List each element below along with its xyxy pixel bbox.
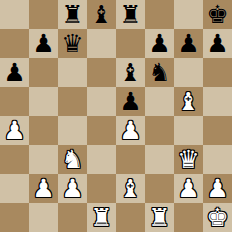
square-f2[interactable] xyxy=(145,174,174,203)
square-b4[interactable] xyxy=(29,116,58,145)
square-c3[interactable]: ♞ xyxy=(58,145,87,174)
white-pawn[interactable]: ♟ xyxy=(119,118,141,143)
square-e5[interactable]: ♟ xyxy=(116,87,145,116)
square-d7[interactable] xyxy=(87,29,116,58)
white-pawn[interactable]: ♟ xyxy=(206,176,228,201)
white-pawn[interactable]: ♟ xyxy=(3,118,25,143)
white-rook[interactable]: ♜ xyxy=(90,205,112,230)
square-d8[interactable]: ♝ xyxy=(87,0,116,29)
square-f5[interactable] xyxy=(145,87,174,116)
square-d5[interactable] xyxy=(87,87,116,116)
white-bishop[interactable]: ♝ xyxy=(119,176,141,201)
black-pawn[interactable]: ♟ xyxy=(119,89,141,114)
square-g5[interactable]: ♝ xyxy=(174,87,203,116)
square-f7[interactable]: ♟ xyxy=(145,29,174,58)
black-queen[interactable]: ♛ xyxy=(61,31,83,56)
square-a8[interactable] xyxy=(0,0,29,29)
square-d3[interactable] xyxy=(87,145,116,174)
square-a5[interactable] xyxy=(0,87,29,116)
black-pawn[interactable]: ♟ xyxy=(206,31,228,56)
white-king[interactable]: ♚ xyxy=(206,205,228,230)
square-e1[interactable] xyxy=(116,203,145,232)
square-b2[interactable]: ♟ xyxy=(29,174,58,203)
square-c2[interactable]: ♟ xyxy=(58,174,87,203)
square-e3[interactable] xyxy=(116,145,145,174)
square-e8[interactable]: ♜ xyxy=(116,0,145,29)
square-b6[interactable] xyxy=(29,58,58,87)
square-d4[interactable] xyxy=(87,116,116,145)
square-c7[interactable]: ♛ xyxy=(58,29,87,58)
square-h3[interactable] xyxy=(203,145,232,174)
square-d6[interactable] xyxy=(87,58,116,87)
square-f8[interactable] xyxy=(145,0,174,29)
square-f1[interactable]: ♜ xyxy=(145,203,174,232)
square-e7[interactable] xyxy=(116,29,145,58)
square-b5[interactable] xyxy=(29,87,58,116)
square-g4[interactable] xyxy=(174,116,203,145)
square-f3[interactable] xyxy=(145,145,174,174)
square-e2[interactable]: ♝ xyxy=(116,174,145,203)
square-f4[interactable] xyxy=(145,116,174,145)
black-bishop[interactable]: ♝ xyxy=(90,2,112,27)
square-h7[interactable]: ♟ xyxy=(203,29,232,58)
square-g7[interactable]: ♟ xyxy=(174,29,203,58)
square-f6[interactable]: ♞ xyxy=(145,58,174,87)
square-b8[interactable] xyxy=(29,0,58,29)
square-b3[interactable] xyxy=(29,145,58,174)
black-bishop[interactable]: ♝ xyxy=(119,60,141,85)
white-pawn[interactable]: ♟ xyxy=(32,176,54,201)
square-h5[interactable] xyxy=(203,87,232,116)
square-a6[interactable]: ♟ xyxy=(0,58,29,87)
square-h4[interactable] xyxy=(203,116,232,145)
white-bishop[interactable]: ♝ xyxy=(177,89,199,114)
white-rook[interactable]: ♜ xyxy=(148,205,170,230)
square-c5[interactable] xyxy=(58,87,87,116)
square-a7[interactable] xyxy=(0,29,29,58)
square-g1[interactable] xyxy=(174,203,203,232)
square-d2[interactable] xyxy=(87,174,116,203)
white-knight[interactable]: ♞ xyxy=(61,147,83,172)
square-h2[interactable]: ♟ xyxy=(203,174,232,203)
black-pawn[interactable]: ♟ xyxy=(3,60,25,85)
square-c8[interactable]: ♜ xyxy=(58,0,87,29)
black-pawn[interactable]: ♟ xyxy=(32,31,54,56)
black-knight[interactable]: ♞ xyxy=(148,60,170,85)
square-d1[interactable]: ♜ xyxy=(87,203,116,232)
white-pawn[interactable]: ♟ xyxy=(177,176,199,201)
square-g2[interactable]: ♟ xyxy=(174,174,203,203)
square-a1[interactable] xyxy=(0,203,29,232)
black-pawn[interactable]: ♟ xyxy=(148,31,170,56)
square-b1[interactable] xyxy=(29,203,58,232)
black-rook[interactable]: ♜ xyxy=(61,2,83,27)
white-pawn[interactable]: ♟ xyxy=(61,176,83,201)
square-c1[interactable] xyxy=(58,203,87,232)
black-king[interactable]: ♚ xyxy=(206,2,228,27)
square-g8[interactable] xyxy=(174,0,203,29)
square-a3[interactable] xyxy=(0,145,29,174)
chess-board: ♜♝♜♚♟♛♟♟♟♟♝♞♟♝♟♟♞♛♟♟♝♟♟♜♜♚ xyxy=(0,0,232,232)
square-e6[interactable]: ♝ xyxy=(116,58,145,87)
square-a2[interactable] xyxy=(0,174,29,203)
square-h8[interactable]: ♚ xyxy=(203,0,232,29)
black-pawn[interactable]: ♟ xyxy=(177,31,199,56)
square-g3[interactable]: ♛ xyxy=(174,145,203,174)
square-c6[interactable] xyxy=(58,58,87,87)
square-a4[interactable]: ♟ xyxy=(0,116,29,145)
square-g6[interactable] xyxy=(174,58,203,87)
black-rook[interactable]: ♜ xyxy=(119,2,141,27)
square-h6[interactable] xyxy=(203,58,232,87)
square-h1[interactable]: ♚ xyxy=(203,203,232,232)
square-c4[interactable] xyxy=(58,116,87,145)
square-e4[interactable]: ♟ xyxy=(116,116,145,145)
square-b7[interactable]: ♟ xyxy=(29,29,58,58)
white-queen[interactable]: ♛ xyxy=(177,147,199,172)
